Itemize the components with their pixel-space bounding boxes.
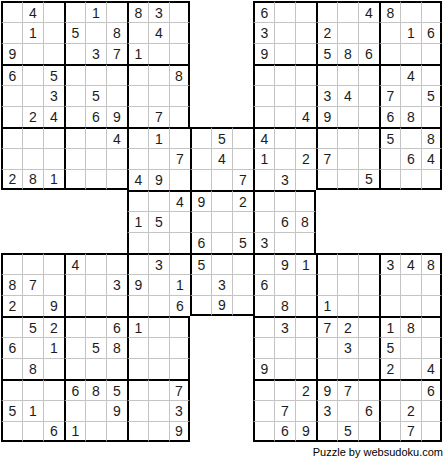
cell-r20c16[interactable]: 3 (316, 400, 337, 421)
cell-r14c11[interactable]: 3 (211, 274, 232, 295)
cell-r20c3[interactable] (43, 400, 64, 421)
cell-r21c4[interactable]: 1 (64, 421, 85, 442)
cell-r15c17[interactable] (337, 295, 358, 316)
cell-r5c6[interactable] (106, 85, 127, 106)
cell-r15c7[interactable] (127, 295, 148, 316)
cell-r8c14[interactable] (274, 148, 295, 169)
cell-r18c2[interactable]: 8 (22, 358, 43, 379)
cell-r3c5[interactable]: 3 (85, 43, 106, 64)
cell-r2c21[interactable]: 6 (421, 22, 442, 43)
cell-r18c20[interactable] (400, 358, 421, 379)
cell-r7c21[interactable]: 8 (421, 127, 442, 148)
cell-r5c21[interactable]: 5 (421, 85, 442, 106)
cell-r8c9[interactable]: 7 (169, 148, 190, 169)
cell-r18c17[interactable] (337, 358, 358, 379)
cell-r15c19[interactable] (379, 295, 400, 316)
cell-r17c14[interactable] (274, 337, 295, 358)
cell-r20c14[interactable]: 7 (274, 400, 295, 421)
cell-r18c1[interactable] (1, 358, 22, 379)
cell-r4c7[interactable] (127, 64, 148, 85)
cell-r9c15[interactable] (295, 169, 316, 190)
cell-r14c5[interactable] (85, 274, 106, 295)
cell-r4c2[interactable] (22, 64, 43, 85)
cell-r13c18[interactable] (358, 253, 379, 274)
cell-r1c13[interactable]: 6 (253, 1, 274, 22)
cell-r9c18[interactable]: 5 (358, 169, 379, 190)
cell-r11c15[interactable]: 8 (295, 211, 316, 232)
cell-r3c7[interactable]: 1 (127, 43, 148, 64)
cell-r9c21[interactable] (421, 169, 442, 190)
cell-r15c18[interactable] (358, 295, 379, 316)
cell-r16c18[interactable] (358, 316, 379, 337)
cell-r6c3[interactable]: 4 (43, 106, 64, 127)
cell-r13c5[interactable] (85, 253, 106, 274)
cell-r8c13[interactable]: 1 (253, 148, 274, 169)
cell-r1c20[interactable] (400, 1, 421, 22)
cell-r19c20[interactable] (400, 379, 421, 400)
cell-r19c1[interactable] (1, 379, 22, 400)
cell-r9c3[interactable]: 1 (43, 169, 64, 190)
cell-r7c9[interactable] (169, 127, 190, 148)
cell-r15c15[interactable] (295, 295, 316, 316)
cell-r3c14[interactable] (274, 43, 295, 64)
cell-r13c3[interactable] (43, 253, 64, 274)
cell-r13c13[interactable] (253, 253, 274, 274)
cell-r20c2[interactable]: 1 (22, 400, 43, 421)
cell-r14c13[interactable]: 6 (253, 274, 274, 295)
cell-r9c11[interactable] (211, 169, 232, 190)
cell-r14c1[interactable]: 8 (1, 274, 22, 295)
cell-r17c18[interactable] (358, 337, 379, 358)
cell-r16c4[interactable] (64, 316, 85, 337)
cell-r9c7[interactable]: 4 (127, 169, 148, 190)
cell-r7c12[interactable] (232, 127, 253, 148)
cell-r17c7[interactable] (127, 337, 148, 358)
cell-r4c4[interactable] (64, 64, 85, 85)
cell-r7c5[interactable] (85, 127, 106, 148)
cell-r13c15[interactable]: 1 (295, 253, 316, 274)
cell-r21c2[interactable] (22, 421, 43, 442)
cell-r17c8[interactable] (148, 337, 169, 358)
cell-r2c2[interactable]: 1 (22, 22, 43, 43)
cell-r1c6[interactable] (106, 1, 127, 22)
cell-r19c13[interactable] (253, 379, 274, 400)
cell-r4c20[interactable]: 4 (400, 64, 421, 85)
cell-r4c19[interactable] (379, 64, 400, 85)
cell-r21c8[interactable] (148, 421, 169, 442)
cell-r3c4[interactable] (64, 43, 85, 64)
cell-r5c17[interactable]: 4 (337, 85, 358, 106)
cell-r4c15[interactable] (295, 64, 316, 85)
cell-r12c14[interactable] (274, 232, 295, 253)
cell-r19c21[interactable]: 6 (421, 379, 442, 400)
cell-r6c9[interactable] (169, 106, 190, 127)
cell-r9c12[interactable]: 7 (232, 169, 253, 190)
cell-r8c4[interactable] (64, 148, 85, 169)
cell-r13c19[interactable]: 3 (379, 253, 400, 274)
cell-r9c13[interactable] (253, 169, 274, 190)
cell-r6c20[interactable]: 8 (400, 106, 421, 127)
cell-r4c13[interactable] (253, 64, 274, 85)
cell-r7c6[interactable]: 4 (106, 127, 127, 148)
cell-r20c18[interactable]: 6 (358, 400, 379, 421)
cell-r14c2[interactable]: 7 (22, 274, 43, 295)
cell-r3c2[interactable] (22, 43, 43, 64)
cell-r9c8[interactable]: 9 (148, 169, 169, 190)
cell-r7c8[interactable]: 1 (148, 127, 169, 148)
cell-r18c15[interactable] (295, 358, 316, 379)
cell-r14c12[interactable] (232, 274, 253, 295)
cell-r11c10[interactable] (190, 211, 211, 232)
cell-r16c15[interactable] (295, 316, 316, 337)
cell-r20c7[interactable] (127, 400, 148, 421)
cell-r12c11[interactable] (211, 232, 232, 253)
cell-r7c19[interactable]: 5 (379, 127, 400, 148)
cell-r8c21[interactable]: 4 (421, 148, 442, 169)
cell-r15c5[interactable] (85, 295, 106, 316)
cell-r10c7[interactable] (127, 190, 148, 211)
cell-r20c5[interactable] (85, 400, 106, 421)
cell-r21c6[interactable] (106, 421, 127, 442)
cell-r12c7[interactable] (127, 232, 148, 253)
cell-r1c16[interactable] (316, 1, 337, 22)
cell-r8c19[interactable] (379, 148, 400, 169)
cell-r14c3[interactable] (43, 274, 64, 295)
cell-r18c5[interactable] (85, 358, 106, 379)
cell-r3c1[interactable]: 9 (1, 43, 22, 64)
cell-r9c4[interactable] (64, 169, 85, 190)
cell-r3c20[interactable] (400, 43, 421, 64)
cell-r7c18[interactable] (358, 127, 379, 148)
cell-r2c6[interactable]: 8 (106, 22, 127, 43)
cell-r13c10[interactable]: 5 (190, 253, 211, 274)
cell-r20c15[interactable] (295, 400, 316, 421)
cell-r17c15[interactable] (295, 337, 316, 358)
cell-r21c14[interactable]: 6 (274, 421, 295, 442)
cell-r19c14[interactable] (274, 379, 295, 400)
cell-r14c18[interactable] (358, 274, 379, 295)
cell-r5c5[interactable]: 5 (85, 85, 106, 106)
cell-r19c8[interactable] (148, 379, 169, 400)
cell-r9c5[interactable] (85, 169, 106, 190)
cell-r21c13[interactable] (253, 421, 274, 442)
cell-r2c20[interactable]: 1 (400, 22, 421, 43)
cell-r19c7[interactable] (127, 379, 148, 400)
cell-r10c10[interactable]: 9 (190, 190, 211, 211)
cell-r18c21[interactable]: 4 (421, 358, 442, 379)
cell-r11c11[interactable] (211, 211, 232, 232)
cell-r6c1[interactable] (1, 106, 22, 127)
cell-r20c9[interactable]: 3 (169, 400, 190, 421)
cell-r20c1[interactable]: 5 (1, 400, 22, 421)
cell-r8c18[interactable] (358, 148, 379, 169)
cell-r17c2[interactable] (22, 337, 43, 358)
cell-r3c8[interactable] (148, 43, 169, 64)
cell-r14c17[interactable] (337, 274, 358, 295)
cell-r7c14[interactable] (274, 127, 295, 148)
cell-r16c19[interactable]: 1 (379, 316, 400, 337)
cell-r19c17[interactable]: 7 (337, 379, 358, 400)
cell-r4c3[interactable]: 5 (43, 64, 64, 85)
cell-r16c2[interactable]: 5 (22, 316, 43, 337)
cell-r21c9[interactable]: 9 (169, 421, 190, 442)
cell-r19c19[interactable] (379, 379, 400, 400)
cell-r7c10[interactable] (190, 127, 211, 148)
cell-r15c10[interactable] (190, 295, 211, 316)
cell-r16c14[interactable]: 3 (274, 316, 295, 337)
cell-r1c3[interactable] (43, 1, 64, 22)
cell-r1c18[interactable]: 4 (358, 1, 379, 22)
cell-r13c21[interactable]: 8 (421, 253, 442, 274)
cell-r8c3[interactable] (43, 148, 64, 169)
cell-r8c16[interactable]: 7 (316, 148, 337, 169)
cell-r14c7[interactable]: 9 (127, 274, 148, 295)
cell-r2c4[interactable]: 5 (64, 22, 85, 43)
cell-r11c7[interactable]: 1 (127, 211, 148, 232)
cell-r5c14[interactable] (274, 85, 295, 106)
cell-r21c5[interactable] (85, 421, 106, 442)
cell-r15c20[interactable] (400, 295, 421, 316)
cell-r5c20[interactable] (400, 85, 421, 106)
cell-r2c16[interactable]: 2 (316, 22, 337, 43)
cell-r13c4[interactable]: 4 (64, 253, 85, 274)
cell-r2c7[interactable] (127, 22, 148, 43)
cell-r9c19[interactable] (379, 169, 400, 190)
cell-r8c7[interactable] (127, 148, 148, 169)
cell-r17c13[interactable] (253, 337, 274, 358)
cell-r6c16[interactable]: 9 (316, 106, 337, 127)
cell-r9c6[interactable] (106, 169, 127, 190)
cell-r20c8[interactable] (148, 400, 169, 421)
cell-r18c13[interactable]: 9 (253, 358, 274, 379)
cell-r16c7[interactable]: 1 (127, 316, 148, 337)
cell-r9c2[interactable]: 8 (22, 169, 43, 190)
cell-r5c15[interactable] (295, 85, 316, 106)
cell-r21c1[interactable] (1, 421, 22, 442)
cell-r1c14[interactable] (274, 1, 295, 22)
cell-r18c18[interactable] (358, 358, 379, 379)
cell-r11c13[interactable] (253, 211, 274, 232)
cell-r12c12[interactable]: 5 (232, 232, 253, 253)
cell-r2c17[interactable] (337, 22, 358, 43)
cell-r14c6[interactable]: 3 (106, 274, 127, 295)
cell-r2c18[interactable] (358, 22, 379, 43)
cell-r10c13[interactable] (253, 190, 274, 211)
cell-r10c12[interactable]: 2 (232, 190, 253, 211)
cell-r3c13[interactable]: 9 (253, 43, 274, 64)
cell-r5c19[interactable]: 7 (379, 85, 400, 106)
cell-r4c16[interactable] (316, 64, 337, 85)
cell-r3c17[interactable]: 8 (337, 43, 358, 64)
cell-r21c15[interactable]: 9 (295, 421, 316, 442)
cell-r15c1[interactable]: 2 (1, 295, 22, 316)
cell-r1c8[interactable]: 3 (148, 1, 169, 22)
cell-r1c15[interactable] (295, 1, 316, 22)
cell-r15c16[interactable]: 1 (316, 295, 337, 316)
cell-r17c21[interactable] (421, 337, 442, 358)
cell-r5c16[interactable]: 3 (316, 85, 337, 106)
cell-r11c12[interactable] (232, 211, 253, 232)
cell-r11c14[interactable]: 6 (274, 211, 295, 232)
cell-r15c8[interactable] (148, 295, 169, 316)
cell-r15c2[interactable] (22, 295, 43, 316)
cell-r19c4[interactable]: 6 (64, 379, 85, 400)
cell-r21c18[interactable] (358, 421, 379, 442)
cell-r17c17[interactable]: 3 (337, 337, 358, 358)
cell-r7c3[interactable] (43, 127, 64, 148)
cell-r13c16[interactable] (316, 253, 337, 274)
cell-r14c20[interactable] (400, 274, 421, 295)
cell-r19c5[interactable]: 8 (85, 379, 106, 400)
cell-r16c5[interactable] (85, 316, 106, 337)
cell-r15c14[interactable]: 8 (274, 295, 295, 316)
cell-r10c11[interactable] (211, 190, 232, 211)
cell-r19c9[interactable]: 7 (169, 379, 190, 400)
cell-r5c18[interactable] (358, 85, 379, 106)
cell-r6c4[interactable] (64, 106, 85, 127)
cell-r2c13[interactable]: 3 (253, 22, 274, 43)
cell-r13c12[interactable] (232, 253, 253, 274)
cell-r2c3[interactable] (43, 22, 64, 43)
cell-r17c1[interactable]: 6 (1, 337, 22, 358)
cell-r21c16[interactable] (316, 421, 337, 442)
cell-r17c4[interactable] (64, 337, 85, 358)
cell-r18c7[interactable] (127, 358, 148, 379)
cell-r4c6[interactable] (106, 64, 127, 85)
cell-r3c18[interactable]: 6 (358, 43, 379, 64)
cell-r14c10[interactable] (190, 274, 211, 295)
cell-r17c9[interactable] (169, 337, 190, 358)
cell-r15c11[interactable]: 9 (211, 295, 232, 316)
cell-r14c16[interactable] (316, 274, 337, 295)
cell-r5c3[interactable]: 3 (43, 85, 64, 106)
cell-r3c21[interactable] (421, 43, 442, 64)
cell-r18c9[interactable] (169, 358, 190, 379)
cell-r14c15[interactable] (295, 274, 316, 295)
cell-r3c19[interactable] (379, 43, 400, 64)
cell-r8c1[interactable] (1, 148, 22, 169)
cell-r16c20[interactable]: 8 (400, 316, 421, 337)
cell-r16c13[interactable] (253, 316, 274, 337)
cell-r17c5[interactable]: 5 (85, 337, 106, 358)
cell-r4c17[interactable] (337, 64, 358, 85)
cell-r9c20[interactable] (400, 169, 421, 190)
cell-r7c17[interactable] (337, 127, 358, 148)
cell-r17c6[interactable]: 8 (106, 337, 127, 358)
cell-r18c6[interactable] (106, 358, 127, 379)
cell-r15c12[interactable] (232, 295, 253, 316)
cell-r4c5[interactable] (85, 64, 106, 85)
cell-r1c19[interactable]: 8 (379, 1, 400, 22)
cell-r13c17[interactable] (337, 253, 358, 274)
cell-r17c16[interactable] (316, 337, 337, 358)
cell-r13c14[interactable]: 9 (274, 253, 295, 274)
cell-r13c6[interactable] (106, 253, 127, 274)
cell-r13c2[interactable] (22, 253, 43, 274)
cell-r11c9[interactable] (169, 211, 190, 232)
cell-r1c7[interactable]: 8 (127, 1, 148, 22)
cell-r4c8[interactable] (148, 64, 169, 85)
cell-r1c4[interactable] (64, 1, 85, 22)
cell-r9c9[interactable] (169, 169, 190, 190)
cell-r5c7[interactable] (127, 85, 148, 106)
cell-r7c20[interactable] (400, 127, 421, 148)
cell-r15c6[interactable] (106, 295, 127, 316)
cell-r17c20[interactable] (400, 337, 421, 358)
cell-r4c21[interactable] (421, 64, 442, 85)
cell-r6c5[interactable]: 6 (85, 106, 106, 127)
cell-r4c14[interactable] (274, 64, 295, 85)
cell-r6c8[interactable]: 7 (148, 106, 169, 127)
cell-r18c16[interactable] (316, 358, 337, 379)
cell-r15c4[interactable] (64, 295, 85, 316)
cell-r17c19[interactable]: 5 (379, 337, 400, 358)
cell-r7c15[interactable] (295, 127, 316, 148)
cell-r1c21[interactable] (421, 1, 442, 22)
cell-r6c7[interactable] (127, 106, 148, 127)
cell-r6c21[interactable] (421, 106, 442, 127)
cell-r14c9[interactable]: 1 (169, 274, 190, 295)
cell-r1c17[interactable] (337, 1, 358, 22)
cell-r8c15[interactable]: 2 (295, 148, 316, 169)
cell-r6c18[interactable] (358, 106, 379, 127)
cell-r7c16[interactable] (316, 127, 337, 148)
cell-r3c15[interactable] (295, 43, 316, 64)
cell-r2c1[interactable] (1, 22, 22, 43)
cell-r15c9[interactable]: 6 (169, 295, 190, 316)
cell-r21c7[interactable] (127, 421, 148, 442)
cell-r6c13[interactable] (253, 106, 274, 127)
cell-r11c8[interactable]: 5 (148, 211, 169, 232)
cell-r2c8[interactable]: 4 (148, 22, 169, 43)
cell-r2c14[interactable] (274, 22, 295, 43)
cell-r16c3[interactable]: 2 (43, 316, 64, 337)
cell-r16c8[interactable] (148, 316, 169, 337)
cell-r13c20[interactable]: 4 (400, 253, 421, 274)
cell-r8c2[interactable] (22, 148, 43, 169)
cell-r19c18[interactable] (358, 379, 379, 400)
cell-r1c9[interactable] (169, 1, 190, 22)
cell-r4c18[interactable] (358, 64, 379, 85)
cell-r21c3[interactable]: 6 (43, 421, 64, 442)
cell-r2c15[interactable] (295, 22, 316, 43)
cell-r18c14[interactable] (274, 358, 295, 379)
cell-r16c16[interactable]: 7 (316, 316, 337, 337)
cell-r6c15[interactable]: 4 (295, 106, 316, 127)
cell-r16c9[interactable] (169, 316, 190, 337)
cell-r1c2[interactable]: 4 (22, 1, 43, 22)
cell-r19c15[interactable]: 2 (295, 379, 316, 400)
cell-r19c16[interactable]: 9 (316, 379, 337, 400)
cell-r9c14[interactable]: 3 (274, 169, 295, 190)
cell-r15c21[interactable] (421, 295, 442, 316)
cell-r21c19[interactable] (379, 421, 400, 442)
cell-r8c12[interactable] (232, 148, 253, 169)
cell-r3c16[interactable]: 5 (316, 43, 337, 64)
cell-r17c3[interactable]: 1 (43, 337, 64, 358)
cell-r16c17[interactable]: 2 (337, 316, 358, 337)
cell-r1c1[interactable] (1, 1, 22, 22)
cell-r20c6[interactable]: 9 (106, 400, 127, 421)
cell-r2c19[interactable] (379, 22, 400, 43)
cell-r14c4[interactable] (64, 274, 85, 295)
cell-r1c5[interactable]: 1 (85, 1, 106, 22)
cell-r8c5[interactable] (85, 148, 106, 169)
cell-r13c7[interactable] (127, 253, 148, 274)
cell-r13c11[interactable] (211, 253, 232, 274)
cell-r2c5[interactable] (85, 22, 106, 43)
cell-r10c9[interactable]: 4 (169, 190, 190, 211)
